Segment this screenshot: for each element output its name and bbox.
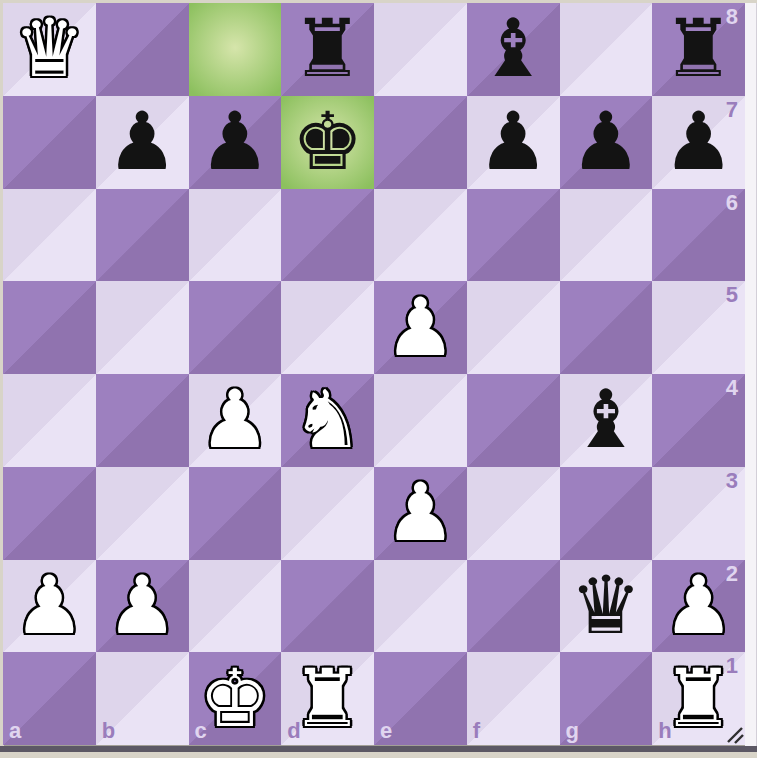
square-g7[interactable]: ♟: [560, 96, 653, 189]
square-c1[interactable]: ♚c: [189, 652, 282, 745]
black-pawn[interactable]: ♟: [467, 96, 560, 189]
square-d1[interactable]: ♜d: [281, 652, 374, 745]
white-pawn[interactable]: ♟: [3, 560, 96, 653]
chess-board[interactable]: ♛♜♝♜8♟♟♚♟♟♟76♟5♟♞♝4♟3♟♟♛♟2ab♚c♜defg♜1h: [3, 3, 745, 745]
square-b8[interactable]: [96, 3, 189, 96]
square-f8[interactable]: ♝: [467, 3, 560, 96]
square-c6[interactable]: [189, 189, 282, 282]
black-queen[interactable]: ♛: [560, 560, 653, 653]
file-label-a: a: [9, 720, 21, 742]
square-d2[interactable]: [281, 560, 374, 653]
black-pawn[interactable]: ♟: [96, 96, 189, 189]
black-bishop[interactable]: ♝: [467, 3, 560, 96]
white-rook[interactable]: ♜: [281, 652, 374, 745]
square-h7[interactable]: ♟7: [652, 96, 745, 189]
square-a1[interactable]: a: [3, 652, 96, 745]
square-b6[interactable]: [96, 189, 189, 282]
square-d3[interactable]: [281, 467, 374, 560]
white-pawn[interactable]: ♟: [189, 374, 282, 467]
black-king[interactable]: ♚: [281, 96, 374, 189]
square-a7[interactable]: [3, 96, 96, 189]
square-h4[interactable]: 4: [652, 374, 745, 467]
black-bishop[interactable]: ♝: [560, 374, 653, 467]
square-a5[interactable]: [3, 281, 96, 374]
square-c3[interactable]: [189, 467, 282, 560]
square-f6[interactable]: [467, 189, 560, 282]
black-rook[interactable]: ♜: [652, 3, 745, 96]
square-h6[interactable]: 6: [652, 189, 745, 282]
square-e1[interactable]: e: [374, 652, 467, 745]
square-c8[interactable]: [189, 3, 282, 96]
white-queen[interactable]: ♛: [3, 3, 96, 96]
file-label-f: f: [473, 720, 480, 742]
square-h3[interactable]: 3: [652, 467, 745, 560]
square-g5[interactable]: [560, 281, 653, 374]
black-pawn[interactable]: ♟: [652, 96, 745, 189]
square-h1[interactable]: ♜1h: [652, 652, 745, 745]
square-g8[interactable]: [560, 3, 653, 96]
square-a4[interactable]: [3, 374, 96, 467]
square-b1[interactable]: b: [96, 652, 189, 745]
square-c4[interactable]: ♟: [189, 374, 282, 467]
square-e7[interactable]: [374, 96, 467, 189]
square-e4[interactable]: [374, 374, 467, 467]
square-b2[interactable]: ♟: [96, 560, 189, 653]
square-e8[interactable]: [374, 3, 467, 96]
square-e3[interactable]: ♟: [374, 467, 467, 560]
rank-label-3: 3: [726, 470, 738, 492]
square-e2[interactable]: [374, 560, 467, 653]
square-d5[interactable]: [281, 281, 374, 374]
square-f2[interactable]: [467, 560, 560, 653]
white-king[interactable]: ♚: [189, 652, 282, 745]
square-b4[interactable]: [96, 374, 189, 467]
square-g2[interactable]: ♛: [560, 560, 653, 653]
square-b3[interactable]: [96, 467, 189, 560]
square-g4[interactable]: ♝: [560, 374, 653, 467]
white-pawn[interactable]: ♟: [374, 467, 467, 560]
square-f3[interactable]: [467, 467, 560, 560]
white-pawn[interactable]: ♟: [96, 560, 189, 653]
rank-label-6: 6: [726, 192, 738, 214]
square-d4[interactable]: ♞: [281, 374, 374, 467]
square-g1[interactable]: g: [560, 652, 653, 745]
square-e6[interactable]: [374, 189, 467, 282]
black-pawn[interactable]: ♟: [189, 96, 282, 189]
white-knight[interactable]: ♞: [281, 374, 374, 467]
square-f7[interactable]: ♟: [467, 96, 560, 189]
square-g3[interactable]: [560, 467, 653, 560]
page-right-margin: [745, 3, 757, 746]
file-label-g: g: [566, 720, 579, 742]
square-e5[interactable]: ♟: [374, 281, 467, 374]
square-h8[interactable]: ♜8: [652, 3, 745, 96]
square-a3[interactable]: [3, 467, 96, 560]
white-pawn[interactable]: ♟: [374, 281, 467, 374]
square-b5[interactable]: [96, 281, 189, 374]
square-g6[interactable]: [560, 189, 653, 282]
rank-label-4: 4: [726, 377, 738, 399]
black-pawn[interactable]: ♟: [560, 96, 653, 189]
square-c7[interactable]: ♟: [189, 96, 282, 189]
square-d8[interactable]: ♜: [281, 3, 374, 96]
square-a2[interactable]: ♟: [3, 560, 96, 653]
file-label-b: b: [102, 720, 115, 742]
square-b7[interactable]: ♟: [96, 96, 189, 189]
white-pawn[interactable]: ♟: [652, 560, 745, 653]
square-h2[interactable]: ♟2: [652, 560, 745, 653]
square-h5[interactable]: 5: [652, 281, 745, 374]
square-d7[interactable]: ♚: [281, 96, 374, 189]
square-f1[interactable]: f: [467, 652, 560, 745]
square-a6[interactable]: [3, 189, 96, 282]
file-label-e: e: [380, 720, 392, 742]
page-bottom-edge: [0, 746, 757, 752]
square-c2[interactable]: [189, 560, 282, 653]
black-rook[interactable]: ♜: [281, 3, 374, 96]
square-d6[interactable]: [281, 189, 374, 282]
rank-label-5: 5: [726, 284, 738, 306]
square-a8[interactable]: ♛: [3, 3, 96, 96]
square-c5[interactable]: [189, 281, 282, 374]
square-f4[interactable]: [467, 374, 560, 467]
board-resize-handle-icon[interactable]: [722, 722, 744, 744]
square-f5[interactable]: [467, 281, 560, 374]
